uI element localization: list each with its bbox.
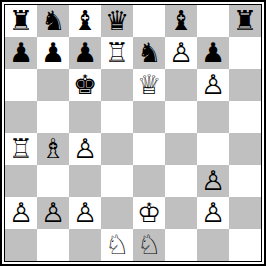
- square-b2[interactable]: ♙: [37, 197, 69, 229]
- square-f2[interactable]: [165, 197, 197, 229]
- square-c4[interactable]: ♙: [69, 133, 101, 165]
- piece-white-knight: ♘: [105, 229, 129, 261]
- square-b4[interactable]: ♗: [37, 133, 69, 165]
- square-a3[interactable]: [5, 165, 37, 197]
- square-e5[interactable]: [133, 101, 165, 133]
- square-e8[interactable]: [133, 5, 165, 37]
- piece-black-pawn: ♟: [41, 37, 65, 69]
- square-b5[interactable]: [37, 101, 69, 133]
- square-e6[interactable]: ♕: [133, 69, 165, 101]
- square-f6[interactable]: [165, 69, 197, 101]
- square-f4[interactable]: [165, 133, 197, 165]
- chess-board: ♜♞♝♛♝♜♟♟♟♖♞♙♟♚♕♙♖♗♙♙♙♙♙♔♙♘♘: [0, 0, 266, 266]
- square-e3[interactable]: [133, 165, 165, 197]
- piece-white-knight: ♘: [137, 229, 161, 261]
- square-a5[interactable]: [5, 101, 37, 133]
- square-e4[interactable]: [133, 133, 165, 165]
- square-f5[interactable]: [165, 101, 197, 133]
- square-h4[interactable]: [229, 133, 261, 165]
- square-d2[interactable]: [101, 197, 133, 229]
- piece-black-queen: ♛: [105, 5, 129, 37]
- piece-white-pawn: ♙: [169, 37, 193, 69]
- square-a4[interactable]: ♖: [5, 133, 37, 165]
- square-f8[interactable]: ♝: [165, 5, 197, 37]
- square-g1[interactable]: [197, 229, 229, 261]
- square-f3[interactable]: [165, 165, 197, 197]
- piece-black-king: ♚: [73, 69, 97, 101]
- square-b1[interactable]: [37, 229, 69, 261]
- piece-white-pawn: ♙: [201, 165, 225, 197]
- piece-black-pawn: ♟: [9, 37, 33, 69]
- piece-black-bishop: ♝: [169, 5, 193, 37]
- square-g5[interactable]: [197, 101, 229, 133]
- square-h8[interactable]: ♜: [229, 5, 261, 37]
- square-a1[interactable]: [5, 229, 37, 261]
- square-d7[interactable]: ♖: [101, 37, 133, 69]
- square-g6[interactable]: ♙: [197, 69, 229, 101]
- piece-black-pawn: ♟: [73, 37, 97, 69]
- square-f7[interactable]: ♙: [165, 37, 197, 69]
- piece-white-pawn: ♙: [201, 69, 225, 101]
- piece-black-rook: ♜: [9, 5, 33, 37]
- square-g3[interactable]: ♙: [197, 165, 229, 197]
- piece-white-pawn: ♙: [73, 133, 97, 165]
- square-c1[interactable]: [69, 229, 101, 261]
- piece-black-knight: ♞: [137, 37, 161, 69]
- square-h7[interactable]: [229, 37, 261, 69]
- square-g4[interactable]: [197, 133, 229, 165]
- square-d5[interactable]: [101, 101, 133, 133]
- square-h3[interactable]: [229, 165, 261, 197]
- square-f1[interactable]: [165, 229, 197, 261]
- piece-black-pawn: ♟: [201, 37, 225, 69]
- square-d3[interactable]: [101, 165, 133, 197]
- square-a8[interactable]: ♜: [5, 5, 37, 37]
- piece-black-rook: ♜: [233, 5, 257, 37]
- piece-white-pawn: ♙: [41, 197, 65, 229]
- square-e7[interactable]: ♞: [133, 37, 165, 69]
- piece-black-bishop: ♝: [73, 5, 97, 37]
- square-d6[interactable]: [101, 69, 133, 101]
- square-a2[interactable]: ♙: [5, 197, 37, 229]
- square-c6[interactable]: ♚: [69, 69, 101, 101]
- piece-white-king: ♔: [137, 197, 161, 229]
- square-a6[interactable]: [5, 69, 37, 101]
- square-h5[interactable]: [229, 101, 261, 133]
- square-c3[interactable]: [69, 165, 101, 197]
- square-h1[interactable]: [229, 229, 261, 261]
- square-d8[interactable]: ♛: [101, 5, 133, 37]
- piece-white-rook: ♖: [105, 37, 129, 69]
- square-g2[interactable]: ♙: [197, 197, 229, 229]
- square-e2[interactable]: ♔: [133, 197, 165, 229]
- piece-white-pawn: ♙: [73, 197, 97, 229]
- piece-black-knight: ♞: [41, 5, 65, 37]
- square-c8[interactable]: ♝: [69, 5, 101, 37]
- square-g7[interactable]: ♟: [197, 37, 229, 69]
- square-e1[interactable]: ♘: [133, 229, 165, 261]
- square-b3[interactable]: [37, 165, 69, 197]
- square-d1[interactable]: ♘: [101, 229, 133, 261]
- piece-white-pawn: ♙: [201, 197, 225, 229]
- square-g8[interactable]: [197, 5, 229, 37]
- square-c7[interactable]: ♟: [69, 37, 101, 69]
- chess-board-squares: ♜♞♝♛♝♜♟♟♟♖♞♙♟♚♕♙♖♗♙♙♙♙♙♔♙♘♘: [4, 4, 262, 262]
- square-c2[interactable]: ♙: [69, 197, 101, 229]
- square-d4[interactable]: [101, 133, 133, 165]
- piece-white-rook: ♖: [9, 133, 33, 165]
- square-a7[interactable]: ♟: [5, 37, 37, 69]
- square-b7[interactable]: ♟: [37, 37, 69, 69]
- square-b8[interactable]: ♞: [37, 5, 69, 37]
- square-h2[interactable]: [229, 197, 261, 229]
- piece-white-queen: ♕: [137, 69, 161, 101]
- square-h6[interactable]: [229, 69, 261, 101]
- piece-white-bishop: ♗: [41, 133, 65, 165]
- piece-white-pawn: ♙: [9, 197, 33, 229]
- square-c5[interactable]: [69, 101, 101, 133]
- square-b6[interactable]: [37, 69, 69, 101]
